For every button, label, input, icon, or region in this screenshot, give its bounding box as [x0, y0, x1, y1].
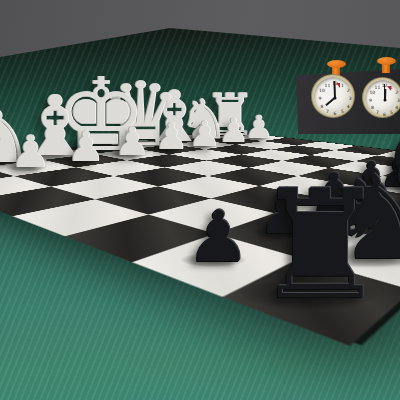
clock-button-left-cap [327, 60, 346, 68]
white-pawn-a2[interactable]: ♟ [245, 111, 274, 143]
white-pawn-f2[interactable]: ♟ [67, 126, 104, 168]
scene: 121234567891011 121234567891011 ♛♚♝♞♜♟♟♟… [0, 0, 400, 400]
white-pawn-d2[interactable]: ♟ [155, 119, 188, 156]
clock-button-right[interactable] [377, 57, 396, 74]
clock-numeral-9: 9 [369, 97, 372, 102]
clock-hub [334, 97, 337, 100]
black-pawn-h7[interactable]: ♟ [186, 202, 250, 273]
clock-numeral-6: 6 [334, 111, 337, 116]
clock-numeral-7: 7 [376, 109, 379, 114]
clock-numeral-9: 9 [318, 96, 321, 101]
clock-numeral-2: 2 [347, 88, 350, 93]
white-pawn-e2[interactable]: ♟ [114, 122, 149, 161]
clock-numeral-8: 8 [371, 104, 374, 109]
clock-numeral-1: 1 [341, 82, 344, 87]
clock-numeral-11: 11 [325, 82, 331, 87]
clock-numeral-11: 11 [375, 85, 381, 90]
black-rook-h8[interactable]: ♜ [253, 170, 388, 321]
white-pawn-c2[interactable]: ♟ [189, 116, 220, 151]
clock-numeral-5: 5 [341, 109, 344, 114]
clock-numeral-8: 8 [320, 103, 323, 108]
white-pawn-b2[interactable]: ♟ [219, 113, 249, 146]
clock-numeral-7: 7 [326, 109, 329, 114]
clock-numeral-3: 3 [349, 96, 352, 101]
clock-numeral-10: 10 [369, 90, 375, 95]
clock-numeral-4: 4 [347, 103, 350, 108]
clock-button-right-cap [377, 57, 396, 65]
clock-flag [336, 83, 340, 88]
clock-numeral-10: 10 [319, 88, 325, 93]
white-pawn-g2[interactable]: ♟ [10, 131, 50, 176]
clock-dial-left: 121234567891011 [312, 75, 354, 117]
